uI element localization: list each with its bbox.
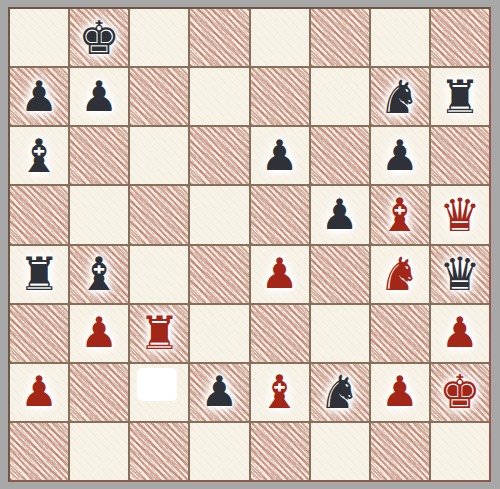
square-e8[interactable] — [251, 9, 309, 66]
square-d2[interactable]: ♟ — [190, 364, 248, 421]
square-d1[interactable] — [190, 423, 248, 480]
piece-black-knight-f2[interactable]: ♞ — [319, 369, 360, 415]
square-c7[interactable] — [130, 68, 188, 125]
square-b6[interactable] — [70, 127, 128, 184]
square-g2[interactable]: ♟ — [371, 364, 429, 421]
square-b8[interactable]: ♚ — [70, 9, 128, 66]
white-patch-artifact — [137, 368, 177, 401]
piece-black-rook-a4[interactable]: ♜ — [18, 251, 59, 297]
square-d8[interactable] — [190, 9, 248, 66]
square-a8[interactable] — [10, 9, 68, 66]
square-f1[interactable] — [311, 423, 369, 480]
square-e1[interactable] — [251, 423, 309, 480]
square-b7[interactable]: ♟ — [70, 68, 128, 125]
square-a6[interactable]: ♝ — [10, 127, 68, 184]
square-e4[interactable]: ♟ — [251, 246, 309, 303]
square-f7[interactable] — [311, 68, 369, 125]
square-h7[interactable]: ♜ — [431, 68, 489, 125]
square-c6[interactable] — [130, 127, 188, 184]
square-h8[interactable] — [431, 9, 489, 66]
square-e5[interactable] — [251, 186, 309, 243]
piece-red-bishop-g5[interactable]: ♝ — [379, 192, 420, 238]
piece-black-bishop-b4[interactable]: ♝ — [79, 251, 120, 297]
piece-black-pawn-e6[interactable]: ♟ — [261, 135, 299, 177]
square-a1[interactable] — [10, 423, 68, 480]
square-a2[interactable]: ♟ — [10, 364, 68, 421]
square-c2[interactable] — [130, 364, 188, 421]
square-h3[interactable]: ♟ — [431, 305, 489, 362]
piece-red-knight-g4[interactable]: ♞ — [379, 251, 420, 297]
piece-red-pawn-e4[interactable]: ♟ — [261, 253, 299, 295]
square-c5[interactable] — [130, 186, 188, 243]
piece-black-king-b8[interactable]: ♚ — [79, 15, 120, 61]
square-b3[interactable]: ♟ — [70, 305, 128, 362]
piece-black-rook-h7[interactable]: ♜ — [439, 74, 480, 120]
square-c4[interactable] — [130, 246, 188, 303]
square-c8[interactable] — [130, 9, 188, 66]
square-g4[interactable]: ♞ — [371, 246, 429, 303]
square-h2[interactable]: ♚ — [431, 364, 489, 421]
piece-black-pawn-d2[interactable]: ♟ — [201, 371, 239, 413]
square-b4[interactable]: ♝ — [70, 246, 128, 303]
square-f3[interactable] — [311, 305, 369, 362]
square-g6[interactable]: ♟ — [371, 127, 429, 184]
square-g8[interactable] — [371, 9, 429, 66]
piece-black-queen-h4[interactable]: ♛ — [439, 251, 480, 297]
piece-black-bishop-a6[interactable]: ♝ — [18, 133, 59, 179]
square-g3[interactable] — [371, 305, 429, 362]
square-e2[interactable]: ♝ — [251, 364, 309, 421]
square-a3[interactable] — [10, 305, 68, 362]
piece-black-pawn-a7[interactable]: ♟ — [20, 76, 58, 118]
square-h4[interactable]: ♛ — [431, 246, 489, 303]
square-e6[interactable]: ♟ — [251, 127, 309, 184]
square-d4[interactable] — [190, 246, 248, 303]
square-g1[interactable] — [371, 423, 429, 480]
board: ♚♟♟♞♜♝♟♟♟♝♛♜♝♟♞♛♟♜♟♟♟♝♞♟♚ — [8, 7, 491, 482]
piece-black-pawn-f5[interactable]: ♟ — [321, 194, 359, 236]
piece-black-pawn-b7[interactable]: ♟ — [80, 76, 118, 118]
piece-black-knight-g7[interactable]: ♞ — [379, 74, 420, 120]
piece-red-pawn-a2[interactable]: ♟ — [20, 371, 58, 413]
square-b2[interactable] — [70, 364, 128, 421]
square-h5[interactable]: ♛ — [431, 186, 489, 243]
square-f2[interactable]: ♞ — [311, 364, 369, 421]
piece-red-pawn-b3[interactable]: ♟ — [80, 312, 118, 354]
piece-red-rook-c3[interactable]: ♜ — [139, 310, 180, 356]
piece-red-king-h2[interactable]: ♚ — [439, 369, 480, 415]
square-e7[interactable] — [251, 68, 309, 125]
square-h6[interactable] — [431, 127, 489, 184]
square-d3[interactable] — [190, 305, 248, 362]
square-d7[interactable] — [190, 68, 248, 125]
square-g7[interactable]: ♞ — [371, 68, 429, 125]
square-h1[interactable] — [431, 423, 489, 480]
square-f4[interactable] — [311, 246, 369, 303]
square-c1[interactable] — [130, 423, 188, 480]
square-b1[interactable] — [70, 423, 128, 480]
piece-red-queen-h5[interactable]: ♛ — [439, 192, 480, 238]
square-d5[interactable] — [190, 186, 248, 243]
square-a4[interactable]: ♜ — [10, 246, 68, 303]
square-e3[interactable] — [251, 305, 309, 362]
square-g5[interactable]: ♝ — [371, 186, 429, 243]
square-c3[interactable]: ♜ — [130, 305, 188, 362]
square-b5[interactable] — [70, 186, 128, 243]
piece-red-pawn-h3[interactable]: ♟ — [441, 312, 479, 354]
square-a7[interactable]: ♟ — [10, 68, 68, 125]
piece-red-pawn-g2[interactable]: ♟ — [381, 371, 419, 413]
square-f5[interactable]: ♟ — [311, 186, 369, 243]
chessboard-screenshot: ♚♟♟♞♜♝♟♟♟♝♛♜♝♟♞♛♟♜♟♟♟♝♞♟♚ — [0, 0, 500, 489]
square-f6[interactable] — [311, 127, 369, 184]
square-d6[interactable] — [190, 127, 248, 184]
piece-red-bishop-e2[interactable]: ♝ — [259, 369, 300, 415]
piece-black-pawn-g6[interactable]: ♟ — [381, 135, 419, 177]
square-f8[interactable] — [311, 9, 369, 66]
square-a5[interactable] — [10, 186, 68, 243]
